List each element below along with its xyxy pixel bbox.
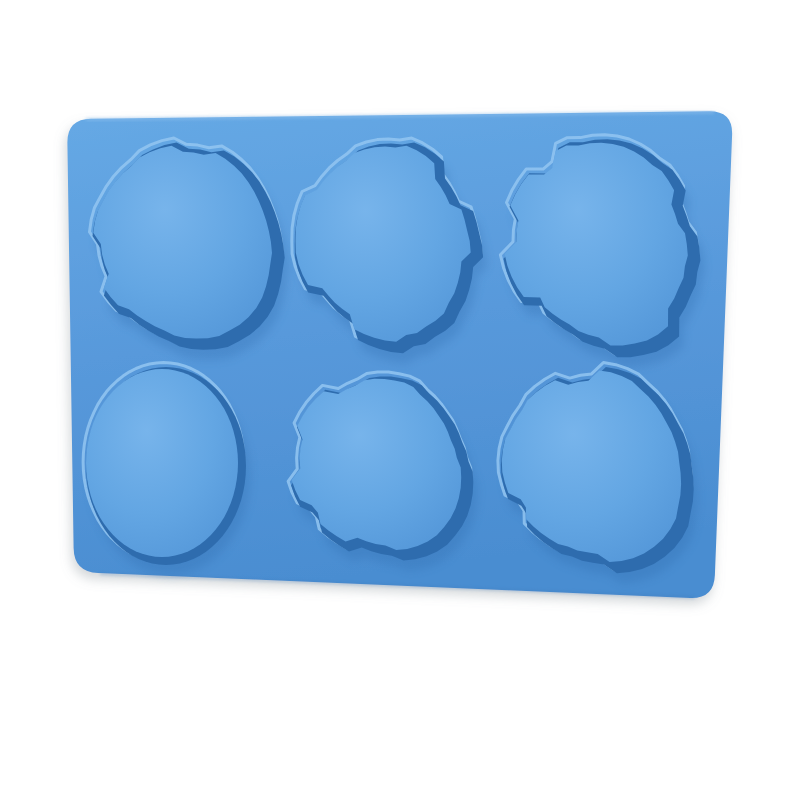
product-photo: Overhead product photo of a light-blue s… bbox=[0, 0, 800, 800]
product-photo-svg bbox=[0, 0, 800, 800]
cavity-floor bbox=[86, 369, 238, 557]
